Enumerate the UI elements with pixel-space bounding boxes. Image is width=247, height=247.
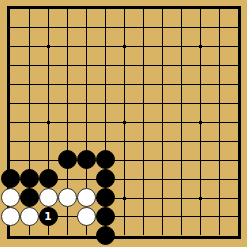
star-point — [123, 45, 126, 48]
black-stone[interactable] — [39, 169, 58, 188]
grid-line-horizontal — [10, 141, 238, 142]
black-stone[interactable] — [20, 169, 39, 188]
black-stone[interactable] — [77, 150, 96, 169]
star-point — [47, 45, 50, 48]
black-stone[interactable] — [96, 169, 115, 188]
black-stone[interactable] — [96, 150, 115, 169]
grid-line-horizontal — [10, 84, 238, 85]
white-stone[interactable] — [77, 188, 96, 207]
black-stone[interactable] — [1, 169, 20, 188]
white-stone[interactable] — [58, 188, 77, 207]
star-point — [199, 45, 202, 48]
star-point — [199, 197, 202, 200]
grid-line-horizontal — [10, 65, 238, 66]
go-board[interactable]: 1 — [0, 0, 247, 247]
white-stone[interactable] — [39, 188, 58, 207]
black-stone[interactable]: 1 — [39, 207, 58, 226]
grid-line-horizontal — [10, 103, 238, 104]
black-stone[interactable] — [20, 188, 39, 207]
white-stone[interactable] — [1, 207, 20, 226]
black-stone[interactable] — [96, 207, 115, 226]
white-stone[interactable] — [1, 188, 20, 207]
star-point — [47, 121, 50, 124]
move-number-label: 1 — [44, 211, 51, 222]
grid-line-horizontal — [10, 160, 238, 161]
black-stone[interactable] — [96, 226, 115, 245]
white-stone[interactable] — [20, 207, 39, 226]
star-point — [123, 121, 126, 124]
black-stone[interactable] — [96, 188, 115, 207]
star-point — [123, 197, 126, 200]
white-stone[interactable] — [77, 207, 96, 226]
black-stone[interactable] — [58, 150, 77, 169]
star-point — [199, 121, 202, 124]
grid-line-horizontal — [10, 27, 238, 28]
